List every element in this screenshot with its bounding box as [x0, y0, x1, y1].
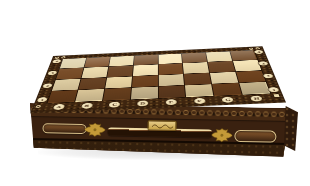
- square-e2: [158, 74, 184, 86]
- file-label-a: A: [53, 104, 65, 110]
- square-f1: [185, 84, 213, 97]
- file-label-f: F: [194, 98, 206, 104]
- square-b1: [75, 89, 104, 102]
- square-a1: [48, 90, 78, 103]
- file-label-b: B: [81, 103, 93, 109]
- corner-inlay-dot: [255, 47, 260, 49]
- square-d3: [133, 65, 158, 76]
- brass-latch-icon: [211, 127, 232, 142]
- square-a3: [56, 68, 83, 79]
- brass-latch-right: [211, 127, 232, 142]
- corner-inlay-square: [274, 94, 280, 97]
- square-b3: [81, 67, 107, 78]
- file-label-d: D: [137, 100, 148, 106]
- box-right-end-panel: [284, 106, 298, 151]
- carved-oval-right: [234, 130, 276, 143]
- file-label-c: C: [109, 102, 121, 108]
- square-f4: [182, 53, 207, 63]
- rank-label-2: 2: [42, 83, 53, 88]
- square-d1: [131, 86, 158, 99]
- square-e4: [158, 54, 182, 64]
- square-b2: [78, 77, 106, 89]
- square-c3: [107, 66, 133, 77]
- rank-label-4: 4: [52, 59, 62, 63]
- carved-oval-left: [42, 123, 86, 134]
- square-c1: [103, 88, 131, 101]
- square-e3: [158, 63, 183, 74]
- brass-latch-left: [84, 122, 105, 137]
- file-label-g: G: [222, 97, 234, 103]
- square-a2: [52, 79, 80, 91]
- rank-label-1: 1: [268, 87, 280, 92]
- brass-latch-icon: [84, 122, 105, 137]
- chessboard-top-face: ABCDEFGH 4321 4321: [30, 46, 286, 113]
- square-d4: [134, 55, 158, 65]
- brand-plaque: [147, 120, 176, 131]
- engraved-script-icon: [149, 122, 175, 129]
- square-g3: [208, 61, 235, 72]
- square-d2: [132, 75, 158, 87]
- file-label-e: E: [166, 99, 177, 105]
- file-label-h: H: [250, 96, 263, 102]
- chess-box-photo: ABCDEFGH 4321 4321: [0, 0, 310, 186]
- square-g4: [206, 51, 232, 61]
- square-e1: [158, 85, 185, 98]
- rank-label-2: 2: [263, 74, 274, 79]
- square-f2: [184, 73, 211, 85]
- square-c4: [109, 56, 134, 66]
- rank-label-3: 3: [258, 61, 268, 65]
- rank-label-3: 3: [47, 71, 57, 75]
- square-g2: [210, 72, 238, 84]
- square-g1: [212, 83, 242, 96]
- square-f3: [183, 62, 209, 73]
- rank-label-4: 4: [254, 50, 264, 54]
- square-c2: [105, 76, 132, 88]
- corner-inlay-dot: [249, 48, 254, 50]
- rank-label-1: 1: [37, 97, 48, 102]
